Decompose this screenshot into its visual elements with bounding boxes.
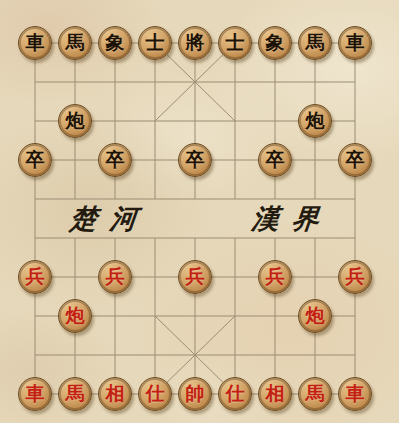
piece-glyph: 兵 (266, 267, 285, 286)
river-label-right: 漢界 (250, 199, 334, 238)
piece-black-soldier[interactable]: 卒 (18, 143, 52, 177)
piece-glyph: 士 (226, 33, 245, 52)
piece-glyph: 兵 (106, 267, 125, 286)
piece-black-advisor[interactable]: 士 (218, 26, 252, 60)
piece-glyph: 卒 (106, 150, 125, 169)
piece-glyph: 炮 (306, 111, 325, 130)
piece-glyph: 兵 (186, 267, 205, 286)
piece-glyph: 炮 (306, 306, 325, 325)
piece-red-soldier[interactable]: 兵 (258, 260, 292, 294)
piece-red-soldier[interactable]: 兵 (18, 260, 52, 294)
xiangqi-board[interactable]: 楚河 漢界 車馬象士將士象馬車炮炮卒卒卒卒卒兵兵兵兵兵炮炮車馬相仕帥仕相馬車 (0, 0, 399, 423)
piece-black-elephant[interactable]: 象 (258, 26, 292, 60)
piece-glyph: 仕 (146, 384, 165, 403)
piece-glyph: 相 (106, 384, 125, 403)
piece-glyph: 馬 (306, 33, 325, 52)
piece-red-cannon[interactable]: 炮 (298, 299, 332, 333)
piece-glyph: 卒 (186, 150, 205, 169)
piece-black-soldier[interactable]: 卒 (178, 143, 212, 177)
piece-glyph: 車 (26, 384, 45, 403)
piece-glyph: 馬 (306, 384, 325, 403)
piece-red-soldier[interactable]: 兵 (338, 260, 372, 294)
river-label-left: 楚河 (68, 199, 152, 238)
piece-red-chariot[interactable]: 車 (18, 377, 52, 411)
piece-glyph: 相 (266, 384, 285, 403)
piece-black-cannon[interactable]: 炮 (58, 104, 92, 138)
piece-black-soldier[interactable]: 卒 (338, 143, 372, 177)
piece-black-soldier[interactable]: 卒 (98, 143, 132, 177)
piece-glyph: 馬 (66, 33, 85, 52)
piece-black-general[interactable]: 將 (178, 26, 212, 60)
piece-glyph: 車 (346, 384, 365, 403)
piece-red-advisor[interactable]: 仕 (218, 377, 252, 411)
piece-black-horse[interactable]: 馬 (298, 26, 332, 60)
piece-glyph: 象 (266, 33, 285, 52)
piece-red-horse[interactable]: 馬 (298, 377, 332, 411)
piece-glyph: 炮 (66, 111, 85, 130)
piece-black-cannon[interactable]: 炮 (298, 104, 332, 138)
piece-red-elephant[interactable]: 相 (258, 377, 292, 411)
piece-black-soldier[interactable]: 卒 (258, 143, 292, 177)
piece-glyph: 兵 (346, 267, 365, 286)
piece-glyph: 炮 (66, 306, 85, 325)
piece-glyph: 卒 (266, 150, 285, 169)
piece-red-soldier[interactable]: 兵 (178, 260, 212, 294)
piece-black-horse[interactable]: 馬 (58, 26, 92, 60)
piece-red-soldier[interactable]: 兵 (98, 260, 132, 294)
piece-glyph: 卒 (346, 150, 365, 169)
piece-glyph: 車 (26, 33, 45, 52)
piece-black-advisor[interactable]: 士 (138, 26, 172, 60)
piece-glyph: 將 (186, 33, 205, 52)
piece-glyph: 車 (346, 33, 365, 52)
piece-glyph: 仕 (226, 384, 245, 403)
piece-glyph: 帥 (186, 384, 205, 403)
piece-red-horse[interactable]: 馬 (58, 377, 92, 411)
piece-black-chariot[interactable]: 車 (18, 26, 52, 60)
piece-red-general[interactable]: 帥 (178, 377, 212, 411)
piece-red-chariot[interactable]: 車 (338, 377, 372, 411)
piece-red-advisor[interactable]: 仕 (138, 377, 172, 411)
piece-glyph: 士 (146, 33, 165, 52)
piece-glyph: 象 (106, 33, 125, 52)
piece-glyph: 兵 (26, 267, 45, 286)
piece-red-elephant[interactable]: 相 (98, 377, 132, 411)
piece-red-cannon[interactable]: 炮 (58, 299, 92, 333)
piece-glyph: 馬 (66, 384, 85, 403)
piece-black-chariot[interactable]: 車 (338, 26, 372, 60)
board-grid (0, 0, 399, 423)
piece-black-elephant[interactable]: 象 (98, 26, 132, 60)
piece-glyph: 卒 (26, 150, 45, 169)
